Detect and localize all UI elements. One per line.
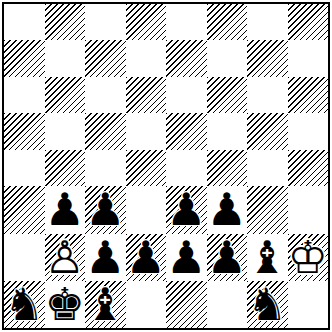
piece-black-knight[interactable]: ♞ (247, 281, 288, 328)
square-b4[interactable] (45, 150, 86, 186)
piece-white-king[interactable]: ♚♔ (288, 234, 329, 281)
piece-black-pawn[interactable]: ♟ (45, 186, 86, 233)
square-f3[interactable]: ♟ (207, 186, 248, 233)
piece-black-knight[interactable]: ♞ (4, 281, 45, 328)
square-c2[interactable]: ♟ (85, 234, 126, 281)
square-e7[interactable] (166, 40, 207, 76)
square-f7[interactable] (207, 40, 248, 76)
square-f8[interactable] (207, 4, 248, 40)
black-pawn-glyph: ♟ (207, 234, 247, 281)
black-pawn-glyph: ♟ (85, 186, 125, 233)
black-pawn-glyph: ♟ (207, 186, 247, 233)
square-g1[interactable]: ♞ (247, 281, 288, 328)
black-knight-glyph: ♞ (4, 281, 44, 328)
black-king-glyph: ♚ (45, 281, 85, 328)
square-h1[interactable] (288, 281, 329, 328)
square-f1[interactable] (207, 281, 248, 328)
square-d2[interactable]: ♟ (126, 234, 167, 281)
square-f2[interactable]: ♟ (207, 234, 248, 281)
piece-black-pawn[interactable]: ♟ (166, 186, 207, 233)
square-d3[interactable] (126, 186, 167, 233)
black-knight-glyph: ♞ (247, 281, 287, 328)
piece-black-pawn[interactable]: ♟ (126, 234, 167, 281)
piece-white-pawn[interactable]: ♟♙ (45, 234, 86, 281)
square-b1[interactable]: ♚ (45, 281, 86, 328)
square-b8[interactable] (45, 4, 86, 40)
square-g2[interactable]: ♝ (247, 234, 288, 281)
square-c8[interactable] (85, 4, 126, 40)
square-a8[interactable] (4, 4, 45, 40)
square-g3[interactable] (247, 186, 288, 233)
square-b5[interactable] (45, 113, 86, 149)
square-e3[interactable]: ♟ (166, 186, 207, 233)
piece-black-pawn[interactable]: ♟ (207, 186, 248, 233)
square-e8[interactable] (166, 4, 207, 40)
piece-black-bishop[interactable]: ♝ (247, 234, 288, 281)
square-g7[interactable] (247, 40, 288, 76)
piece-black-pawn[interactable]: ♟ (85, 186, 126, 233)
black-pawn-glyph: ♟ (166, 186, 206, 233)
piece-black-pawn[interactable]: ♟ (207, 234, 248, 281)
black-pawn-glyph: ♟ (85, 234, 125, 281)
square-c5[interactable] (85, 113, 126, 149)
square-a5[interactable] (4, 113, 45, 149)
square-b2[interactable]: ♟♙ (45, 234, 86, 281)
square-h5[interactable] (288, 113, 329, 149)
square-a4[interactable] (4, 150, 45, 186)
square-h7[interactable] (288, 40, 329, 76)
square-c4[interactable] (85, 150, 126, 186)
square-g8[interactable] (247, 4, 288, 40)
square-d1[interactable] (126, 281, 167, 328)
square-d5[interactable] (126, 113, 167, 149)
square-f5[interactable] (207, 113, 248, 149)
piece-black-bishop[interactable]: ♝ (85, 281, 126, 328)
black-bishop-glyph: ♝ (247, 234, 287, 281)
square-c3[interactable]: ♟ (85, 186, 126, 233)
piece-black-pawn[interactable]: ♟ (166, 234, 207, 281)
square-e6[interactable] (166, 77, 207, 113)
square-d8[interactable] (126, 4, 167, 40)
square-e2[interactable]: ♟ (166, 234, 207, 281)
white-king-outline-glyph: ♔ (288, 234, 328, 281)
square-d6[interactable] (126, 77, 167, 113)
square-c1[interactable]: ♝ (85, 281, 126, 328)
black-bishop-glyph: ♝ (85, 281, 125, 328)
piece-black-pawn[interactable]: ♟ (85, 234, 126, 281)
square-a7[interactable] (4, 40, 45, 76)
square-h3[interactable] (288, 186, 329, 233)
square-g4[interactable] (247, 150, 288, 186)
square-h4[interactable] (288, 150, 329, 186)
white-pawn-outline-glyph: ♙ (45, 234, 85, 281)
black-pawn-glyph: ♟ (166, 234, 206, 281)
square-b3[interactable]: ♟ (45, 186, 86, 233)
square-b7[interactable] (45, 40, 86, 76)
square-h2[interactable]: ♚♔ (288, 234, 329, 281)
piece-black-king[interactable]: ♚ (45, 281, 86, 328)
square-g6[interactable] (247, 77, 288, 113)
square-f4[interactable] (207, 150, 248, 186)
square-e5[interactable] (166, 113, 207, 149)
black-pawn-glyph: ♟ (126, 234, 166, 281)
square-c7[interactable] (85, 40, 126, 76)
square-c6[interactable] (85, 77, 126, 113)
square-h6[interactable] (288, 77, 329, 113)
square-a2[interactable] (4, 234, 45, 281)
square-a6[interactable] (4, 77, 45, 113)
square-g5[interactable] (247, 113, 288, 149)
chess-board: ♟♟♟♟♟♙♟♟♟♟♝♚♔♞♚♝♞ (2, 2, 330, 330)
chess-diagram: ♟♟♟♟♟♙♟♟♟♟♝♚♔♞♚♝♞ (0, 0, 332, 332)
square-e1[interactable] (166, 281, 207, 328)
square-b6[interactable] (45, 77, 86, 113)
square-d7[interactable] (126, 40, 167, 76)
square-f6[interactable] (207, 77, 248, 113)
square-a1[interactable]: ♞ (4, 281, 45, 328)
square-e4[interactable] (166, 150, 207, 186)
square-h8[interactable] (288, 4, 329, 40)
square-d4[interactable] (126, 150, 167, 186)
black-pawn-glyph: ♟ (45, 186, 85, 233)
square-a3[interactable] (4, 186, 45, 233)
